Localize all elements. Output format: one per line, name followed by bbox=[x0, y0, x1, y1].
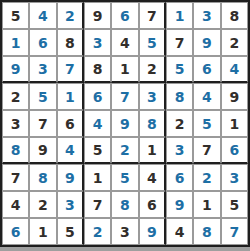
cell-r5c2[interactable]: 7 bbox=[29, 110, 56, 137]
cell-r4c1[interactable]: 2 bbox=[2, 83, 29, 110]
cell-r9c4[interactable]: 2 bbox=[84, 218, 111, 245]
cell-r6c9[interactable]: 6 bbox=[221, 137, 248, 164]
cell-r5c9[interactable]: 1 bbox=[221, 110, 248, 137]
sudoku-app: 5429671381683457929378125642516738493764… bbox=[0, 0, 250, 251]
cell-r8c9[interactable]: 5 bbox=[221, 191, 248, 218]
cell-r9c8[interactable]: 8 bbox=[193, 218, 220, 245]
cell-r5c8[interactable]: 5 bbox=[193, 110, 220, 137]
cell-r4c4[interactable]: 6 bbox=[84, 83, 111, 110]
cell-r3c2[interactable]: 3 bbox=[29, 56, 56, 83]
cell-r4c8[interactable]: 4 bbox=[193, 83, 220, 110]
cell-r3c1[interactable]: 9 bbox=[2, 56, 29, 83]
cell-r2c1[interactable]: 1 bbox=[2, 29, 29, 56]
sudoku-board: 5429671381683457929378125642516738493764… bbox=[0, 0, 250, 247]
cell-r9c9[interactable]: 7 bbox=[221, 218, 248, 245]
cell-r5c7[interactable]: 2 bbox=[166, 110, 193, 137]
cell-r2c5[interactable]: 4 bbox=[111, 29, 138, 56]
cell-r9c1[interactable]: 6 bbox=[2, 218, 29, 245]
cell-r9c6[interactable]: 9 bbox=[139, 218, 166, 245]
cell-r2c3[interactable]: 8 bbox=[57, 29, 84, 56]
cell-r4c7[interactable]: 8 bbox=[166, 83, 193, 110]
cell-r1c5[interactable]: 6 bbox=[111, 2, 138, 29]
cell-r1c9[interactable]: 8 bbox=[221, 2, 248, 29]
cell-r9c7[interactable]: 4 bbox=[166, 218, 193, 245]
cell-r2c7[interactable]: 7 bbox=[166, 29, 193, 56]
cell-r8c6[interactable]: 6 bbox=[139, 191, 166, 218]
cell-r1c1[interactable]: 5 bbox=[2, 2, 29, 29]
cell-r2c2[interactable]: 6 bbox=[29, 29, 56, 56]
cell-r4c6[interactable]: 3 bbox=[139, 83, 166, 110]
cell-r5c4[interactable]: 4 bbox=[84, 110, 111, 137]
cell-r8c4[interactable]: 7 bbox=[84, 191, 111, 218]
cell-r8c7[interactable]: 9 bbox=[166, 191, 193, 218]
cell-r3c9[interactable]: 4 bbox=[221, 56, 248, 83]
cell-r3c8[interactable]: 6 bbox=[193, 56, 220, 83]
cell-r8c5[interactable]: 8 bbox=[111, 191, 138, 218]
cell-r6c2[interactable]: 9 bbox=[29, 137, 56, 164]
cell-r3c3[interactable]: 7 bbox=[57, 56, 84, 83]
cell-r1c7[interactable]: 1 bbox=[166, 2, 193, 29]
cell-r1c6[interactable]: 7 bbox=[139, 2, 166, 29]
cell-r1c4[interactable]: 9 bbox=[84, 2, 111, 29]
cell-r1c3[interactable]: 2 bbox=[57, 2, 84, 29]
cell-r8c8[interactable]: 1 bbox=[193, 191, 220, 218]
cell-r5c6[interactable]: 8 bbox=[139, 110, 166, 137]
cell-r7c5[interactable]: 5 bbox=[111, 164, 138, 191]
cell-r7c8[interactable]: 2 bbox=[193, 164, 220, 191]
cell-r3c5[interactable]: 1 bbox=[111, 56, 138, 83]
cell-r8c3[interactable]: 3 bbox=[57, 191, 84, 218]
cell-r5c3[interactable]: 6 bbox=[57, 110, 84, 137]
cell-r6c1[interactable]: 8 bbox=[2, 137, 29, 164]
cell-r6c3[interactable]: 4 bbox=[57, 137, 84, 164]
cell-r6c7[interactable]: 3 bbox=[166, 137, 193, 164]
cell-r3c7[interactable]: 5 bbox=[166, 56, 193, 83]
cell-r7c4[interactable]: 1 bbox=[84, 164, 111, 191]
cell-r4c9[interactable]: 9 bbox=[221, 83, 248, 110]
cell-r9c3[interactable]: 5 bbox=[57, 218, 84, 245]
cell-r7c6[interactable]: 4 bbox=[139, 164, 166, 191]
cell-r6c4[interactable]: 5 bbox=[84, 137, 111, 164]
cell-r1c8[interactable]: 3 bbox=[193, 2, 220, 29]
cell-r9c2[interactable]: 1 bbox=[29, 218, 56, 245]
cell-r2c6[interactable]: 5 bbox=[139, 29, 166, 56]
cell-r3c6[interactable]: 2 bbox=[139, 56, 166, 83]
cell-r7c7[interactable]: 6 bbox=[166, 164, 193, 191]
cell-r8c2[interactable]: 2 bbox=[29, 191, 56, 218]
cell-r9c5[interactable]: 3 bbox=[111, 218, 138, 245]
cell-r7c2[interactable]: 8 bbox=[29, 164, 56, 191]
cell-r4c3[interactable]: 1 bbox=[57, 83, 84, 110]
cell-r6c5[interactable]: 2 bbox=[111, 137, 138, 164]
cell-r7c1[interactable]: 7 bbox=[2, 164, 29, 191]
cell-r8c1[interactable]: 4 bbox=[2, 191, 29, 218]
cell-r1c2[interactable]: 4 bbox=[29, 2, 56, 29]
cell-r4c5[interactable]: 7 bbox=[111, 83, 138, 110]
cell-r2c4[interactable]: 3 bbox=[84, 29, 111, 56]
cell-r2c8[interactable]: 9 bbox=[193, 29, 220, 56]
cell-r7c9[interactable]: 3 bbox=[221, 164, 248, 191]
cell-r7c3[interactable]: 9 bbox=[57, 164, 84, 191]
cell-r3c4[interactable]: 8 bbox=[84, 56, 111, 83]
cell-r2c9[interactable]: 2 bbox=[221, 29, 248, 56]
cell-r5c1[interactable]: 3 bbox=[2, 110, 29, 137]
cell-r6c6[interactable]: 1 bbox=[139, 137, 166, 164]
cell-r5c5[interactable]: 9 bbox=[111, 110, 138, 137]
cell-r4c2[interactable]: 5 bbox=[29, 83, 56, 110]
cell-r6c8[interactable]: 7 bbox=[193, 137, 220, 164]
